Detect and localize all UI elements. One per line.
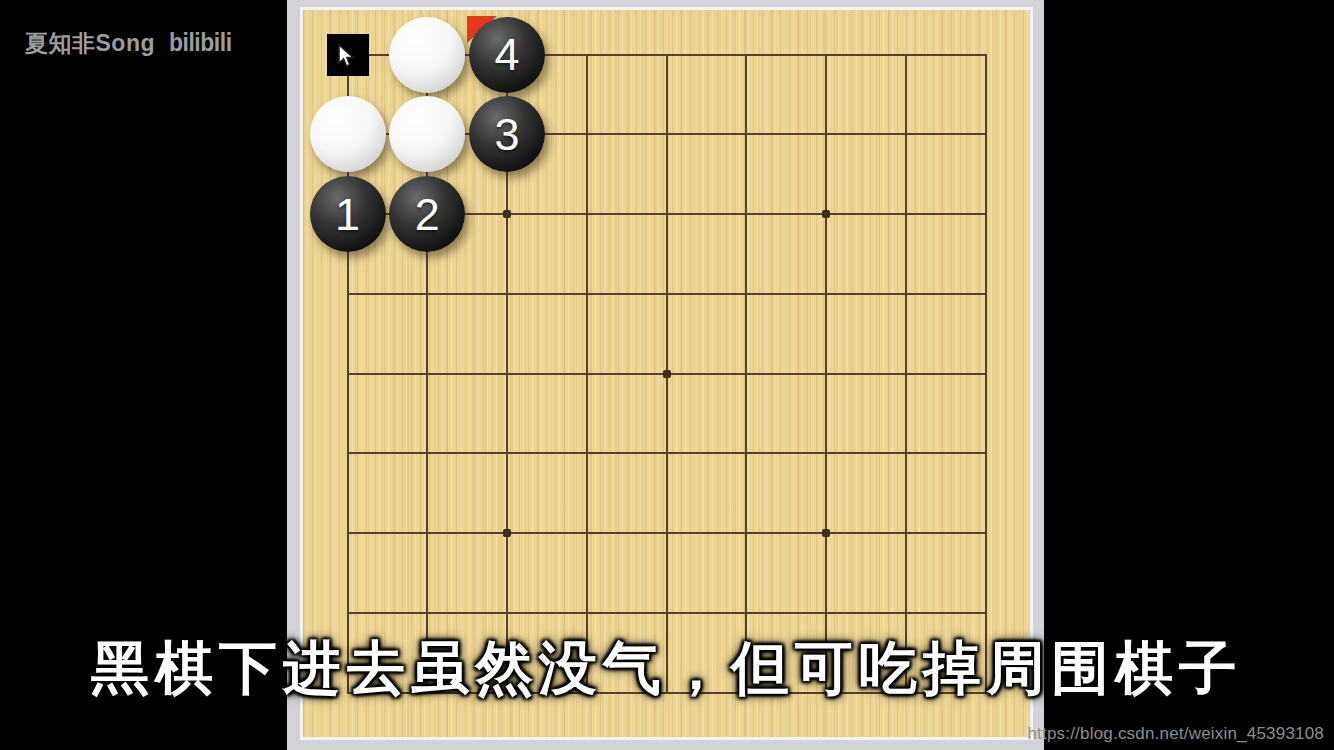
grid-line-vertical xyxy=(745,54,747,694)
grid-line-horizontal xyxy=(347,452,987,454)
mouse-cursor-icon xyxy=(334,43,356,69)
stone-black-move-4[interactable]: 4 xyxy=(469,17,545,93)
move-number: 1 xyxy=(335,192,360,237)
channel-name: 夏知非Song xyxy=(25,30,155,56)
star-point xyxy=(663,370,671,378)
star-point xyxy=(503,210,511,218)
stone-black-move-2[interactable]: 2 xyxy=(389,176,465,252)
grid-line-vertical xyxy=(905,54,907,694)
move-number: 2 xyxy=(415,192,440,237)
grid-line-horizontal xyxy=(347,612,987,614)
grid-line-horizontal xyxy=(347,532,987,534)
stone-white[interactable] xyxy=(389,17,465,93)
placement-cursor-square[interactable] xyxy=(327,34,369,76)
move-number: 3 xyxy=(494,112,519,157)
grid-line-vertical xyxy=(985,54,987,694)
go-board[interactable]: 4312 xyxy=(303,10,1030,737)
star-point xyxy=(822,210,830,218)
stone-white[interactable] xyxy=(310,96,386,172)
subtitle-text: 黑棋下进去虽然没气，但可吃掉周围棋子 xyxy=(0,630,1334,708)
channel-watermark: 夏知非Songbilibili xyxy=(25,27,240,59)
grid-line-vertical xyxy=(825,54,827,694)
stone-black-move-1[interactable]: 1 xyxy=(310,176,386,252)
url-watermark: https://blog.csdn.net/weixin_45393108 xyxy=(1027,724,1324,744)
stone-white[interactable] xyxy=(389,96,465,172)
star-point xyxy=(503,529,511,537)
move-number: 4 xyxy=(494,32,519,77)
video-frame: 夏知非Songbilibili 4312 黑棋下进去虽然没气，但可吃掉周围棋子 … xyxy=(0,0,1334,750)
bilibili-logo: bilibili xyxy=(169,27,232,58)
stone-black-move-3[interactable]: 3 xyxy=(469,96,545,172)
star-point xyxy=(822,529,830,537)
